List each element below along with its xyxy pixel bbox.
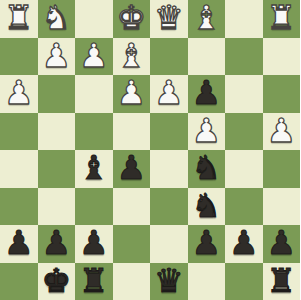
square-d3[interactable]: ♟ (150, 75, 188, 113)
square-g4[interactable] (38, 113, 76, 151)
square-g5[interactable] (38, 150, 76, 188)
square-e8[interactable] (113, 263, 151, 300)
square-e3[interactable]: ♟ (113, 75, 151, 113)
square-g2[interactable]: ♟ (38, 38, 76, 76)
square-c2[interactable] (188, 38, 226, 76)
piece-black-knight[interactable]: ♞ (191, 149, 221, 187)
square-b7[interactable]: ♟ (225, 225, 263, 263)
square-f5[interactable]: ♝ (75, 150, 113, 188)
piece-white-pawn[interactable]: ♟ (154, 74, 184, 112)
square-b5[interactable] (225, 150, 263, 188)
square-e2[interactable]: ♝ (113, 38, 151, 76)
square-d8[interactable]: ♛ (150, 263, 188, 300)
piece-black-bishop[interactable]: ♝ (79, 149, 109, 187)
piece-black-pawn[interactable]: ♟ (41, 224, 71, 262)
square-c5[interactable]: ♞ (188, 150, 226, 188)
piece-black-pawn[interactable]: ♟ (4, 224, 34, 262)
square-d2[interactable] (150, 38, 188, 76)
square-e7[interactable] (113, 225, 151, 263)
square-h7[interactable]: ♟ (0, 225, 38, 263)
square-f8[interactable]: ♜ (75, 263, 113, 300)
piece-white-pawn[interactable]: ♟ (4, 74, 34, 112)
square-c4[interactable]: ♟ (188, 113, 226, 151)
square-a5[interactable] (263, 150, 301, 188)
square-d6[interactable] (150, 188, 188, 226)
square-c1[interactable]: ♝ (188, 0, 226, 38)
square-a8[interactable]: ♜ (263, 263, 301, 300)
square-d4[interactable] (150, 113, 188, 151)
square-g3[interactable] (38, 75, 76, 113)
square-b2[interactable] (225, 38, 263, 76)
square-g7[interactable]: ♟ (38, 225, 76, 263)
piece-white-pawn[interactable]: ♟ (191, 112, 221, 150)
piece-white-queen[interactable]: ♛ (154, 0, 184, 37)
square-d7[interactable] (150, 225, 188, 263)
square-c8[interactable] (188, 263, 226, 300)
square-e1[interactable]: ♚ (113, 0, 151, 38)
square-a2[interactable] (263, 38, 301, 76)
square-b8[interactable] (225, 263, 263, 300)
square-a7[interactable]: ♟ (263, 225, 301, 263)
square-f7[interactable]: ♟ (75, 225, 113, 263)
piece-black-rook[interactable]: ♜ (79, 262, 109, 300)
square-b6[interactable] (225, 188, 263, 226)
piece-black-knight[interactable]: ♞ (191, 187, 221, 225)
square-b4[interactable] (225, 113, 263, 151)
piece-white-pawn[interactable]: ♟ (266, 112, 296, 150)
square-e6[interactable] (113, 188, 151, 226)
piece-black-rook[interactable]: ♜ (266, 262, 296, 300)
square-g6[interactable] (38, 188, 76, 226)
piece-black-pawn[interactable]: ♟ (79, 224, 109, 262)
square-f6[interactable] (75, 188, 113, 226)
square-a4[interactable]: ♟ (263, 113, 301, 151)
piece-white-king[interactable]: ♚ (116, 0, 146, 37)
square-g8[interactable]: ♚ (38, 263, 76, 300)
piece-white-rook[interactable]: ♜ (266, 0, 296, 37)
chess-board: ♜♞♚♛♝♜♟♟♝♟♟♟♟♟♟♝♟♞♞♟♟♟♟♟♟♚♜♛♜ (0, 0, 300, 300)
square-f1[interactable] (75, 0, 113, 38)
square-e5[interactable]: ♟ (113, 150, 151, 188)
square-f3[interactable] (75, 75, 113, 113)
square-c6[interactable]: ♞ (188, 188, 226, 226)
square-h2[interactable] (0, 38, 38, 76)
piece-white-pawn[interactable]: ♟ (116, 74, 146, 112)
square-c3[interactable]: ♟ (188, 75, 226, 113)
square-d1[interactable]: ♛ (150, 0, 188, 38)
square-e4[interactable] (113, 113, 151, 151)
square-b1[interactable] (225, 0, 263, 38)
piece-black-pawn[interactable]: ♟ (191, 74, 221, 112)
square-f2[interactable]: ♟ (75, 38, 113, 76)
piece-black-king[interactable]: ♚ (41, 262, 71, 300)
piece-black-pawn[interactable]: ♟ (266, 224, 296, 262)
square-h4[interactable] (0, 113, 38, 151)
square-h8[interactable] (0, 263, 38, 300)
piece-white-bishop[interactable]: ♝ (191, 0, 221, 37)
piece-white-rook[interactable]: ♜ (4, 0, 34, 37)
square-a6[interactable] (263, 188, 301, 226)
piece-black-pawn[interactable]: ♟ (229, 224, 259, 262)
square-a3[interactable] (263, 75, 301, 113)
piece-white-pawn[interactable]: ♟ (79, 37, 109, 75)
square-h5[interactable] (0, 150, 38, 188)
piece-white-knight[interactable]: ♞ (41, 0, 71, 37)
square-b3[interactable] (225, 75, 263, 113)
square-f4[interactable] (75, 113, 113, 151)
piece-white-pawn[interactable]: ♟ (41, 37, 71, 75)
square-h1[interactable]: ♜ (0, 0, 38, 38)
square-d5[interactable] (150, 150, 188, 188)
piece-white-bishop[interactable]: ♝ (116, 37, 146, 75)
piece-black-pawn[interactable]: ♟ (116, 149, 146, 187)
square-h6[interactable] (0, 188, 38, 226)
square-h3[interactable]: ♟ (0, 75, 38, 113)
square-a1[interactable]: ♜ (263, 0, 301, 38)
square-g1[interactable]: ♞ (38, 0, 76, 38)
piece-black-pawn[interactable]: ♟ (191, 224, 221, 262)
piece-black-queen[interactable]: ♛ (154, 262, 184, 300)
square-c7[interactable]: ♟ (188, 225, 226, 263)
